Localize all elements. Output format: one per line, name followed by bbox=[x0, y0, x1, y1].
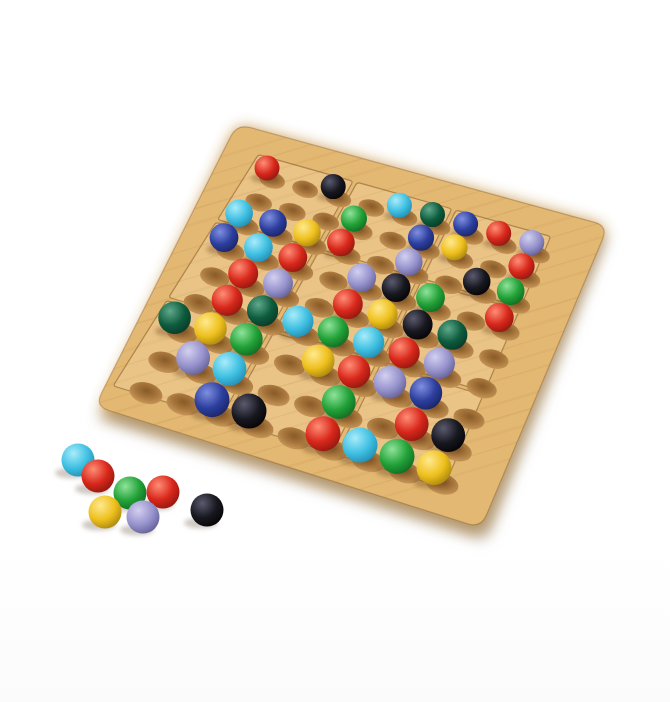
ball-darkgreen-r7c1[interactable] bbox=[158, 301, 191, 334]
ball-cyan-r8c3[interactable] bbox=[213, 352, 247, 386]
ball-red-r2c9[interactable] bbox=[508, 253, 534, 279]
ball-green-r9c8[interactable] bbox=[380, 439, 415, 474]
ball-darkgreen-r1c6[interactable] bbox=[420, 202, 445, 227]
ball-yellow-r2c7[interactable] bbox=[441, 234, 467, 260]
ball-blue-r2c6[interactable] bbox=[408, 225, 434, 251]
ball-cyan-r6c4[interactable] bbox=[282, 306, 313, 337]
ball-red-r4c9[interactable] bbox=[485, 303, 514, 332]
ball-green-r4c7[interactable] bbox=[416, 283, 445, 312]
ball-darkgreen-r6c3[interactable] bbox=[247, 295, 278, 326]
ball-cyan-r3c1[interactable] bbox=[225, 199, 253, 227]
ball-red-r1c1[interactable] bbox=[255, 156, 280, 181]
product-photo-scene bbox=[0, 0, 670, 702]
ball-red-r9c6[interactable] bbox=[306, 416, 341, 451]
ball-black-r4c6[interactable] bbox=[382, 273, 411, 302]
loose-ball-red-2[interactable] bbox=[82, 460, 115, 493]
ball-yellow-r9c9[interactable] bbox=[417, 450, 452, 485]
sudoku-board-photo bbox=[0, 0, 670, 702]
ball-green-r2c4[interactable] bbox=[341, 206, 367, 232]
ball-cyan-r4c2[interactable] bbox=[244, 233, 273, 262]
ball-blue-r4c1[interactable] bbox=[210, 223, 239, 252]
ball-red-r1c8[interactable] bbox=[486, 221, 511, 246]
ball-black-r9c4[interactable] bbox=[232, 394, 267, 429]
ball-lavender-r8c2[interactable] bbox=[176, 341, 210, 375]
ball-red-r6c2[interactable] bbox=[212, 285, 243, 316]
ball-red-r6c7[interactable] bbox=[389, 337, 420, 368]
ball-green-r7c3[interactable] bbox=[230, 323, 263, 356]
loose-balls bbox=[55, 444, 224, 536]
ball-cyan-r1c5[interactable] bbox=[387, 193, 412, 218]
ball-cyan-r6c6[interactable] bbox=[353, 327, 384, 358]
ball-lavender-r7c7[interactable] bbox=[374, 366, 407, 399]
ball-red-r7c6[interactable] bbox=[338, 355, 371, 388]
ball-red-r5c5[interactable] bbox=[333, 289, 363, 319]
ball-yellow-r7c2[interactable] bbox=[194, 312, 227, 345]
ball-darkgreen-r5c8[interactable] bbox=[437, 320, 467, 350]
ball-blue-r3c2[interactable] bbox=[259, 209, 287, 237]
ball-blue-r9c3[interactable] bbox=[195, 382, 230, 417]
ball-yellow-r5c6[interactable] bbox=[368, 299, 398, 329]
ball-red-r3c4[interactable] bbox=[327, 229, 355, 257]
ball-black-r3c8[interactable] bbox=[463, 268, 491, 296]
ball-black-r8c9[interactable] bbox=[431, 418, 465, 452]
ball-green-r8c6[interactable] bbox=[322, 385, 356, 419]
ball-green-r3c9[interactable] bbox=[497, 278, 525, 306]
loose-ball-lavender-6[interactable] bbox=[127, 501, 160, 534]
loose-ball-yellow-5[interactable] bbox=[89, 496, 122, 529]
ball-blue-r7c8[interactable] bbox=[410, 377, 443, 410]
ball-black-r5c7[interactable] bbox=[403, 310, 433, 340]
ball-red-r5c2[interactable] bbox=[228, 258, 258, 288]
ball-red-r8c8[interactable] bbox=[395, 407, 429, 441]
ball-lavender-r3c6[interactable] bbox=[395, 248, 423, 276]
ball-lavender-r4c5[interactable] bbox=[347, 263, 376, 292]
ball-lavender-r1c9[interactable] bbox=[519, 230, 544, 255]
loose-ball-black-7[interactable] bbox=[191, 494, 224, 527]
ball-lavender-r6c8[interactable] bbox=[424, 348, 455, 379]
ball-black-r1c3[interactable] bbox=[321, 174, 346, 199]
ball-yellow-r7c5[interactable] bbox=[302, 345, 335, 378]
ball-green-r6c5[interactable] bbox=[318, 316, 349, 347]
ball-lavender-r5c3[interactable] bbox=[263, 269, 293, 299]
ball-yellow-r3c3[interactable] bbox=[293, 219, 321, 247]
ball-cyan-r9c7[interactable] bbox=[343, 428, 378, 463]
ball-blue-r1c7[interactable] bbox=[453, 212, 478, 237]
ball-red-r4c3[interactable] bbox=[278, 243, 307, 272]
